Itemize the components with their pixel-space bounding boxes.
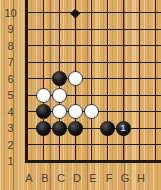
intersection-C3[interactable] <box>51 120 67 137</box>
row-label-3: 3 <box>0 120 21 136</box>
intersection-G5[interactable] <box>115 87 131 104</box>
intersection-B7[interactable] <box>35 54 51 71</box>
intersection-F5[interactable] <box>99 87 115 104</box>
intersection-J8[interactable] <box>147 38 161 55</box>
intersection-E3[interactable] <box>83 120 99 137</box>
intersection-D2[interactable] <box>67 137 83 154</box>
intersection-H9[interactable] <box>131 21 147 38</box>
row-label-6: 6 <box>0 71 21 87</box>
intersection-D1[interactable] <box>67 153 83 170</box>
intersection-G2[interactable] <box>115 137 131 154</box>
intersection-A7[interactable] <box>19 54 35 71</box>
intersection-A3[interactable] <box>19 120 35 137</box>
intersection-D4[interactable] <box>67 104 83 121</box>
row-label-1: 1 <box>0 153 21 169</box>
intersection-J10[interactable] <box>147 5 161 22</box>
intersection-G3[interactable]: 1 <box>115 120 131 137</box>
black-stone-B4[interactable] <box>36 104 51 119</box>
intersection-G4[interactable] <box>115 104 131 121</box>
row-label-4: 4 <box>0 104 21 120</box>
column-label-C: C <box>53 171 69 186</box>
black-stone-F3[interactable] <box>100 121 115 136</box>
column-label-B: B <box>37 171 53 186</box>
intersection-D3[interactable] <box>67 120 83 137</box>
intersection-A8[interactable] <box>19 38 35 55</box>
intersection-C8[interactable] <box>51 38 67 55</box>
white-stone-D6[interactable] <box>68 71 83 86</box>
star-point-D10 <box>70 8 79 17</box>
intersection-J6[interactable] <box>147 71 161 88</box>
column-label-H: H <box>133 171 149 186</box>
intersection-D6[interactable] <box>67 71 83 88</box>
intersection-H7[interactable] <box>131 54 147 71</box>
go-board: 1 <box>19 0 161 170</box>
intersection-C9[interactable] <box>51 21 67 38</box>
intersection-A4[interactable] <box>19 104 35 121</box>
intersection-D9[interactable] <box>67 21 83 38</box>
intersection-J5[interactable] <box>147 87 161 104</box>
intersection-F2[interactable] <box>99 137 115 154</box>
intersection-C4[interactable] <box>51 104 67 121</box>
intersection-D10[interactable] <box>67 5 83 22</box>
intersection-C1[interactable] <box>51 153 67 170</box>
intersection-E4[interactable] <box>83 104 99 121</box>
intersection-J2[interactable] <box>147 137 161 154</box>
row-label-7: 7 <box>0 54 21 70</box>
intersection-A5[interactable] <box>19 87 35 104</box>
go-board-diagram: 1 10987654321 ABCDEFGH <box>0 0 161 190</box>
black-stone-G3[interactable]: 1 <box>116 121 131 136</box>
intersection-G9[interactable] <box>115 21 131 38</box>
intersection-J1[interactable] <box>147 153 161 170</box>
intersection-H5[interactable] <box>131 87 147 104</box>
intersection-C7[interactable] <box>51 54 67 71</box>
intersection-J9[interactable] <box>147 21 161 38</box>
intersection-A2[interactable] <box>19 137 35 154</box>
intersection-D8[interactable] <box>67 38 83 55</box>
intersection-G6[interactable] <box>115 71 131 88</box>
white-stone-C5[interactable] <box>52 88 67 103</box>
intersection-E1[interactable] <box>83 153 99 170</box>
column-label-G: G <box>117 171 133 186</box>
intersection-H8[interactable] <box>131 38 147 55</box>
row-label-2: 2 <box>0 137 21 153</box>
white-stone-B5[interactable] <box>36 88 51 103</box>
intersection-H3[interactable] <box>131 120 147 137</box>
black-stone-B3[interactable] <box>36 121 51 136</box>
intersection-B4[interactable] <box>35 104 51 121</box>
intersection-J4[interactable] <box>147 104 161 121</box>
white-stone-C4[interactable] <box>52 104 67 119</box>
intersection-G10[interactable] <box>115 5 131 22</box>
intersection-F4[interactable] <box>99 104 115 121</box>
intersection-G8[interactable] <box>115 38 131 55</box>
intersection-B3[interactable] <box>35 120 51 137</box>
intersection-F7[interactable] <box>99 54 115 71</box>
white-stone-E4[interactable] <box>84 104 99 119</box>
intersection-H10[interactable] <box>131 5 147 22</box>
intersection-H6[interactable] <box>131 71 147 88</box>
intersection-F8[interactable] <box>99 38 115 55</box>
intersection-F1[interactable] <box>99 153 115 170</box>
row-label-5: 5 <box>0 87 21 103</box>
intersection-J7[interactable] <box>147 54 161 71</box>
intersection-A10[interactable] <box>19 5 35 22</box>
intersection-E2[interactable] <box>83 137 99 154</box>
intersection-H4[interactable] <box>131 104 147 121</box>
black-stone-C6[interactable] <box>52 71 67 86</box>
intersection-B1[interactable] <box>35 153 51 170</box>
intersection-F3[interactable] <box>99 120 115 137</box>
column-label-F: F <box>101 171 117 186</box>
intersection-F6[interactable] <box>99 71 115 88</box>
black-stone-C3[interactable] <box>52 121 67 136</box>
intersection-E9[interactable] <box>83 21 99 38</box>
intersection-E6[interactable] <box>83 71 99 88</box>
intersection-C6[interactable] <box>51 71 67 88</box>
intersection-H2[interactable] <box>131 137 147 154</box>
intersection-B6[interactable] <box>35 71 51 88</box>
intersection-A6[interactable] <box>19 71 35 88</box>
intersection-G1[interactable] <box>115 153 131 170</box>
white-stone-D4[interactable] <box>68 104 83 119</box>
row-label-8: 8 <box>0 38 21 54</box>
column-label-E: E <box>85 171 101 186</box>
intersection-C10[interactable] <box>51 5 67 22</box>
intersection-F9[interactable] <box>99 21 115 38</box>
column-label-A: A <box>21 171 37 186</box>
row-label-10: 10 <box>0 5 21 21</box>
intersection-D5[interactable] <box>67 87 83 104</box>
intersection-F10[interactable] <box>99 5 115 22</box>
intersection-D7[interactable] <box>67 54 83 71</box>
intersection-E8[interactable] <box>83 38 99 55</box>
intersection-A1[interactable] <box>19 153 35 170</box>
column-label-D: D <box>69 171 85 186</box>
move-number-label: 1 <box>116 121 131 136</box>
intersection-B2[interactable] <box>35 137 51 154</box>
intersection-E5[interactable] <box>83 87 99 104</box>
intersection-B9[interactable] <box>35 21 51 38</box>
intersection-B8[interactable] <box>35 38 51 55</box>
intersection-E7[interactable] <box>83 54 99 71</box>
intersection-J3[interactable] <box>147 120 161 137</box>
intersection-E10[interactable] <box>83 5 99 22</box>
black-stone-D3[interactable] <box>68 121 83 136</box>
intersection-G7[interactable] <box>115 54 131 71</box>
intersection-A9[interactable] <box>19 21 35 38</box>
intersection-B5[interactable] <box>35 87 51 104</box>
intersection-C2[interactable] <box>51 137 67 154</box>
row-label-9: 9 <box>0 21 21 37</box>
intersection-B10[interactable] <box>35 5 51 22</box>
intersection-H1[interactable] <box>131 153 147 170</box>
intersection-C5[interactable] <box>51 87 67 104</box>
